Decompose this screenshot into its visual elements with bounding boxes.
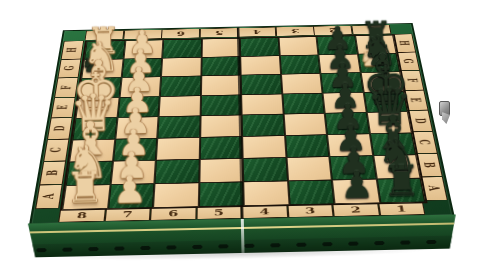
square-f4[interactable] <box>241 74 282 94</box>
dark-rook-a1[interactable]: ♜ <box>382 160 421 201</box>
square-g6[interactable] <box>161 57 201 77</box>
square-e4[interactable] <box>241 94 283 115</box>
square-g4[interactable] <box>240 56 280 76</box>
rank-label-far-5: 5 <box>200 28 238 38</box>
square-e5[interactable] <box>200 95 242 116</box>
square-b4[interactable] <box>243 157 288 181</box>
square-g3[interactable] <box>279 55 320 75</box>
product-photo: 87654321 87654321 ABCDEFGH ABCDEFGH ♜♟♟♜… <box>0 0 480 266</box>
square-c4[interactable] <box>242 135 286 158</box>
square-d3[interactable] <box>283 113 327 135</box>
square-d4[interactable] <box>242 114 285 136</box>
rank-label-3: 3 <box>287 203 334 217</box>
square-b6[interactable] <box>154 159 199 183</box>
square-a2[interactable]: ♟ <box>332 179 380 204</box>
square-h3[interactable] <box>278 37 318 56</box>
square-c5[interactable] <box>199 136 242 159</box>
square-a8[interactable]: ♜ <box>62 184 110 209</box>
square-g5[interactable] <box>201 56 241 76</box>
square-a1[interactable]: ♜ <box>376 178 425 203</box>
light-pawn-a7[interactable]: ♟ <box>113 171 147 207</box>
square-d6[interactable] <box>157 116 200 138</box>
chess-board: 87654321 87654321 ABCDEFGH ABCDEFGH ♜♟♟♜… <box>29 23 455 225</box>
scene-tilt: 87654321 87654321 ABCDEFGH ABCDEFGH ♜♟♟♜… <box>0 0 480 266</box>
square-f6[interactable] <box>160 76 201 96</box>
square-c6[interactable] <box>156 137 200 160</box>
file-label-c: C <box>43 139 69 162</box>
square-e6[interactable] <box>159 95 201 116</box>
dark-pawn-a2[interactable]: ♟ <box>340 167 374 203</box>
rank-label-far-3: 3 <box>276 26 315 36</box>
metal-clasp-icon <box>434 101 451 125</box>
square-a7[interactable]: ♟ <box>108 183 155 208</box>
square-a4[interactable] <box>243 181 289 206</box>
rank-label-far-6: 6 <box>162 29 200 39</box>
rank-label-2: 2 <box>332 202 379 216</box>
square-h4[interactable] <box>240 38 279 57</box>
light-rook-a8[interactable]: ♜ <box>65 167 104 208</box>
square-e3[interactable] <box>282 93 325 114</box>
square-c3[interactable] <box>285 134 330 157</box>
square-b5[interactable] <box>199 158 243 182</box>
rank-label-far-4: 4 <box>238 27 276 37</box>
square-a3[interactable] <box>288 180 335 205</box>
square-b3[interactable] <box>286 157 332 181</box>
box-side-seam <box>241 219 245 253</box>
square-h5[interactable] <box>201 38 240 57</box>
square-h6[interactable] <box>162 39 201 58</box>
square-f3[interactable] <box>281 73 323 93</box>
square-d5[interactable] <box>200 115 242 137</box>
board-grid: ♜♟♟♜♞♞♟♟♞♞♝♟♟♝♚♟♟♚♛♟♟♛♝♟♟♝♞♟♟♞♜♟♟♜ <box>60 34 428 211</box>
square-f5[interactable] <box>200 75 241 95</box>
file-label-b: B <box>39 161 66 185</box>
file-label-a: A <box>35 184 63 209</box>
square-a6[interactable] <box>153 182 199 207</box>
square-a5[interactable] <box>198 182 243 207</box>
